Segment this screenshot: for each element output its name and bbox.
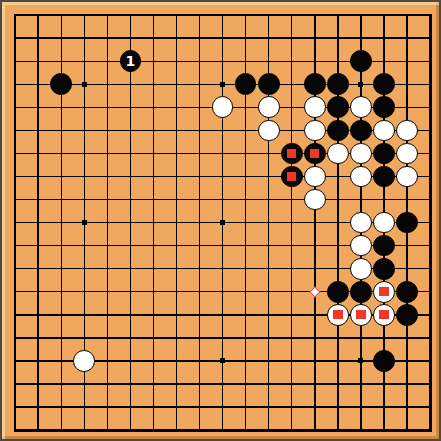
- black-stone: [373, 166, 395, 188]
- black-stone: [350, 50, 372, 72]
- white-stone: [396, 166, 418, 188]
- black-stone: [350, 281, 372, 303]
- marked-black-stone: [281, 166, 303, 188]
- marked-black-stone: [304, 143, 326, 165]
- black-stone: [50, 73, 72, 95]
- black-stone: [396, 304, 418, 326]
- go-diagram: 1: [0, 0, 441, 441]
- go-board: 1: [0, 0, 441, 441]
- square-marker: [333, 310, 342, 319]
- white-stone: [258, 96, 280, 118]
- white-stone: [73, 350, 95, 372]
- square-marker: [379, 310, 388, 319]
- black-stone: [373, 73, 395, 95]
- black-stone: [396, 281, 418, 303]
- white-stone: [350, 212, 372, 234]
- black-stone: [350, 120, 372, 142]
- marked-white-stone: [327, 304, 349, 326]
- black-stone: [373, 258, 395, 280]
- marked-white-stone: [373, 281, 395, 303]
- white-stone: [396, 143, 418, 165]
- black-stone: [327, 281, 349, 303]
- black-stone: [327, 73, 349, 95]
- marked-white-stone: [350, 304, 372, 326]
- black-stone: [373, 235, 395, 257]
- star-point: [358, 82, 363, 87]
- white-stone: [373, 120, 395, 142]
- black-stone: [373, 350, 395, 372]
- white-stone: [304, 189, 326, 211]
- white-stone: [350, 166, 372, 188]
- white-stone: [327, 143, 349, 165]
- star-point: [82, 82, 87, 87]
- marked-white-stone: [373, 304, 395, 326]
- white-stone: [350, 258, 372, 280]
- black-stone: [373, 143, 395, 165]
- black-stone: [327, 96, 349, 118]
- marked-black-stone: [281, 143, 303, 165]
- star-point: [358, 358, 363, 363]
- white-stone: [304, 166, 326, 188]
- white-stone: [304, 120, 326, 142]
- square-marker: [287, 149, 296, 158]
- black-stone: [373, 96, 395, 118]
- white-stone: [396, 120, 418, 142]
- white-stone: [350, 96, 372, 118]
- star-point: [220, 82, 225, 87]
- white-stone: [258, 120, 280, 142]
- move-number-label: 1: [125, 54, 135, 68]
- black-stone: [304, 73, 326, 95]
- black-stone: [327, 120, 349, 142]
- star-point: [220, 358, 225, 363]
- white-stone: [304, 96, 326, 118]
- white-stone: [350, 143, 372, 165]
- square-marker: [287, 172, 296, 181]
- square-marker: [356, 310, 365, 319]
- star-point: [220, 220, 225, 225]
- black-stone: [258, 73, 280, 95]
- star-point: [82, 220, 87, 225]
- numbered-black-stone: 1: [120, 50, 142, 72]
- square-marker: [379, 287, 388, 296]
- white-stone: [373, 212, 395, 234]
- square-marker: [310, 149, 319, 158]
- white-stone: [350, 235, 372, 257]
- black-stone: [396, 212, 418, 234]
